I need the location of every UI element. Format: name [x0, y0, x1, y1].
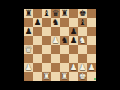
chess-board[interactable]: ♜♝♛♜♚♟♞♝♟♟♟♞♟♞♛♟♟♟♟♜♜♚	[24, 9, 96, 81]
square-f4[interactable]	[69, 45, 78, 54]
square-d5[interactable]: ♟	[51, 36, 60, 45]
square-d3[interactable]	[51, 54, 60, 63]
letterbox-background: ♜♝♛♜♚♟♞♝♟♟♟♞♟♞♛♟♟♟♟♜♜♚	[0, 0, 120, 90]
piece-white-pawn[interactable]: ♟	[87, 63, 96, 72]
square-d2[interactable]	[51, 63, 60, 72]
square-e8[interactable]: ♜	[60, 9, 69, 18]
square-d1[interactable]	[51, 72, 60, 81]
piece-white-queen[interactable]: ♛	[24, 45, 33, 54]
square-e5[interactable]: ♞	[60, 36, 69, 45]
square-f8[interactable]	[69, 9, 78, 18]
piece-black-knight[interactable]: ♞	[60, 36, 69, 45]
square-f2[interactable]: ♟	[69, 63, 78, 72]
square-e4[interactable]	[60, 45, 69, 54]
piece-white-rook[interactable]: ♜	[60, 72, 69, 81]
square-h7[interactable]	[87, 18, 96, 27]
square-f5[interactable]: ♟	[69, 36, 78, 45]
square-b5[interactable]	[33, 36, 42, 45]
piece-black-bishop[interactable]: ♝	[42, 9, 51, 18]
square-c8[interactable]: ♝	[42, 9, 51, 18]
piece-white-rook[interactable]: ♜	[42, 72, 51, 81]
square-e7[interactable]	[60, 18, 69, 27]
square-c3[interactable]	[42, 54, 51, 63]
piece-black-knight[interactable]: ♞	[51, 18, 60, 27]
square-g1[interactable]: ♚	[78, 72, 87, 81]
square-h4[interactable]	[87, 45, 96, 54]
square-b7[interactable]: ♟	[33, 18, 42, 27]
square-b2[interactable]	[33, 63, 42, 72]
square-b1[interactable]	[33, 72, 42, 81]
square-h6[interactable]	[87, 27, 96, 36]
square-h2[interactable]: ♟	[87, 63, 96, 72]
square-c5[interactable]	[42, 36, 51, 45]
square-b3[interactable]	[33, 54, 42, 63]
piece-black-rook[interactable]: ♜	[24, 9, 33, 18]
piece-white-pawn[interactable]: ♟	[51, 36, 60, 45]
square-a1[interactable]	[24, 72, 33, 81]
square-a6[interactable]: ♟	[24, 27, 33, 36]
green-indicator-dot	[94, 78, 96, 80]
square-g5[interactable]: ♞	[78, 36, 87, 45]
square-d7[interactable]: ♞	[51, 18, 60, 27]
square-c1[interactable]: ♜	[42, 72, 51, 81]
square-a8[interactable]: ♜	[24, 9, 33, 18]
square-a4[interactable]: ♛	[24, 45, 33, 54]
piece-black-bishop[interactable]: ♝	[78, 18, 87, 27]
square-e1[interactable]: ♜	[60, 72, 69, 81]
piece-white-king[interactable]: ♚	[78, 72, 87, 81]
piece-black-rook[interactable]: ♜	[60, 9, 69, 18]
square-b6[interactable]	[33, 27, 42, 36]
piece-white-pawn[interactable]: ♟	[69, 63, 78, 72]
square-e3[interactable]	[60, 54, 69, 63]
square-g4[interactable]	[78, 45, 87, 54]
piece-white-knight[interactable]: ♞	[78, 36, 87, 45]
square-f1[interactable]	[69, 72, 78, 81]
square-d4[interactable]	[51, 45, 60, 54]
square-h8[interactable]	[87, 9, 96, 18]
square-h5[interactable]	[87, 36, 96, 45]
square-c6[interactable]	[42, 27, 51, 36]
square-g7[interactable]: ♝	[78, 18, 87, 27]
piece-black-pawn[interactable]: ♟	[69, 36, 78, 45]
square-a2[interactable]: ♟	[24, 63, 33, 72]
square-c7[interactable]	[42, 18, 51, 27]
square-b4[interactable]	[33, 45, 42, 54]
piece-white-pawn[interactable]: ♟	[24, 63, 33, 72]
piece-black-pawn[interactable]: ♟	[33, 18, 42, 27]
square-c4[interactable]	[42, 45, 51, 54]
piece-black-pawn[interactable]: ♟	[24, 27, 33, 36]
